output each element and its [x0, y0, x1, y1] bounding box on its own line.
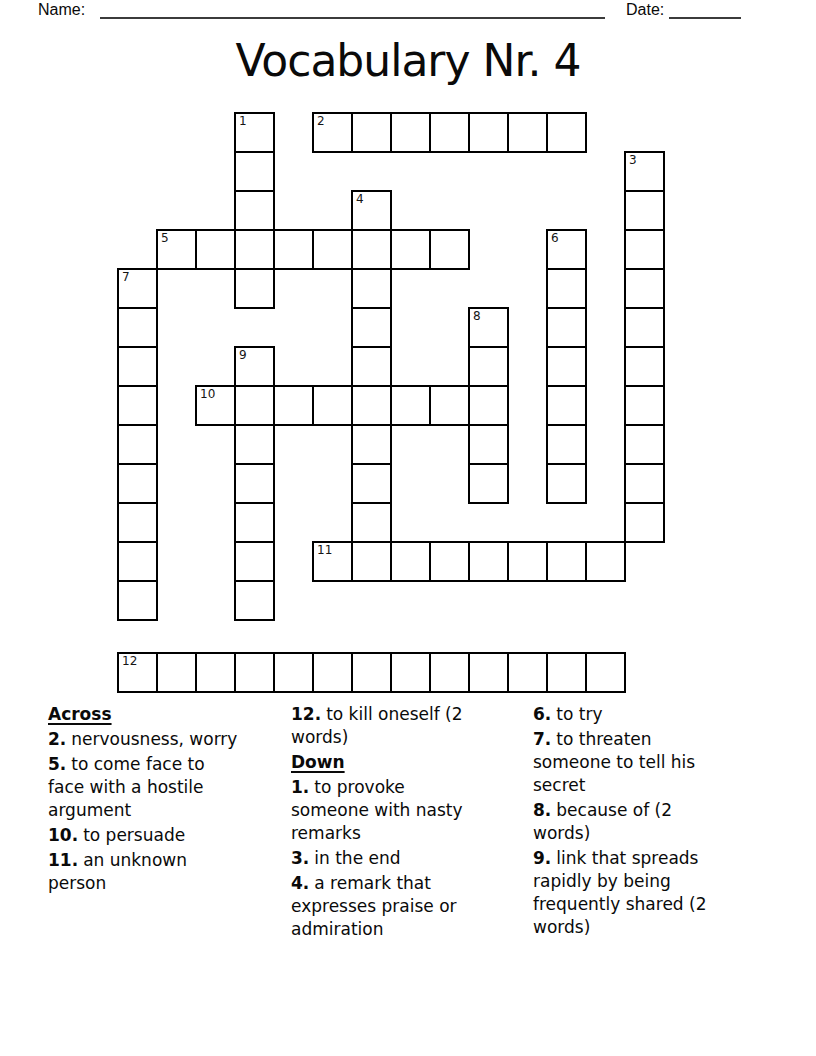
grid-cell-r11c12[interactable]: [585, 541, 626, 582]
cell-number: 11: [317, 544, 332, 557]
clue-number: 6.: [533, 704, 551, 724]
clue-number: 7.: [533, 729, 551, 749]
clue-number: 3.: [291, 848, 309, 868]
clue-number: 2.: [48, 729, 66, 749]
grid-cell-r9c9[interactable]: [468, 463, 509, 504]
grid-cell-r11c11[interactable]: [546, 541, 587, 582]
clue-number: 5.: [48, 754, 66, 774]
clue-text: to threaten someone to tell his secret: [533, 729, 695, 795]
clue-down-9: 9.link that spreads rapidly by being fre…: [533, 847, 725, 939]
clue-text: to provoke someone with nasty remarks: [291, 777, 463, 843]
page-title: Vocabulary Nr. 4: [0, 37, 816, 85]
grid-cell-r4c13[interactable]: [624, 268, 665, 309]
clues-column-1: Across 2.nervousness, worry 5.to come fa…: [48, 703, 240, 897]
grid-cell-r4c0[interactable]: 7: [117, 268, 158, 309]
clue-across-12: 12.to kill oneself (2 words): [291, 703, 483, 749]
clue-number: 9.: [533, 848, 551, 868]
clue-across-11: 11.an unknown person: [48, 849, 240, 895]
grid-cell-r11c7[interactable]: [390, 541, 431, 582]
grid-cell-r7c6[interactable]: [351, 385, 392, 426]
grid-cell-r14c11[interactable]: [546, 652, 587, 693]
clue-text: to try: [556, 704, 602, 724]
grid-cell-r14c7[interactable]: [390, 652, 431, 693]
grid-cell-r2c3[interactable]: [234, 190, 275, 231]
grid-cell-r7c8[interactable]: [429, 385, 470, 426]
clue-across-2: 2.nervousness, worry: [48, 728, 240, 751]
grid-cell-r3c2[interactable]: [195, 229, 236, 270]
grid-cell-r6c9[interactable]: [468, 346, 509, 387]
grid-cell-r9c11[interactable]: [546, 463, 587, 504]
grid-cell-r14c9[interactable]: [468, 652, 509, 693]
clues-column-3: 6.to try 7.to threaten someone to tell h…: [533, 703, 725, 941]
grid-cell-r7c11[interactable]: [546, 385, 587, 426]
grid-cell-r6c11[interactable]: [546, 346, 587, 387]
grid-cell-r0c9[interactable]: [468, 112, 509, 153]
clue-number: 8.: [533, 800, 551, 820]
grid-cell-r5c9[interactable]: 8: [468, 307, 509, 348]
grid-cell-r1c13[interactable]: 3: [624, 151, 665, 192]
name-label: Name:: [38, 1, 85, 19]
grid-cell-r2c6[interactable]: 4: [351, 190, 392, 231]
clue-down-1: 1.to provoke someone with nasty remarks: [291, 776, 483, 845]
clue-text: because of (2 words): [533, 800, 672, 843]
down-heading: Down: [291, 751, 483, 774]
clue-across-5: 5.to come face to face with a hostile ar…: [48, 753, 240, 822]
clue-text: link that spreads rapidly by being frequ…: [533, 848, 706, 937]
cell-number: 6: [551, 232, 559, 245]
cell-number: 2: [317, 115, 325, 128]
grid-cell-r7c0[interactable]: [117, 385, 158, 426]
date-label: Date:: [626, 1, 664, 19]
grid-cell-r3c7[interactable]: [390, 229, 431, 270]
grid-cell-r14c8[interactable]: [429, 652, 470, 693]
clue-down-4: 4.a remark that expresses praise or admi…: [291, 872, 483, 941]
clue-across-10: 10.to persuade: [48, 824, 240, 847]
grid-cell-r7c9[interactable]: [468, 385, 509, 426]
clues-column-2: 12.to kill oneself (2 words) Down 1.to p…: [291, 703, 483, 943]
grid-cell-r10c13[interactable]: [624, 502, 665, 543]
clue-number: 11.: [48, 850, 78, 870]
grid-cell-r8c9[interactable]: [468, 424, 509, 465]
grid-cell-r5c11[interactable]: [546, 307, 587, 348]
grid-cell-r14c6[interactable]: [351, 652, 392, 693]
clue-text: in the end: [314, 848, 400, 868]
grid-cell-r7c3[interactable]: [234, 385, 275, 426]
grid-cell-r0c3[interactable]: 1: [234, 112, 275, 153]
clue-number: 10.: [48, 825, 78, 845]
grid-cell-r12c0[interactable]: [117, 580, 158, 621]
grid-cell-r8c11[interactable]: [546, 424, 587, 465]
clue-down-7: 7.to threaten someone to tell his secret: [533, 728, 725, 797]
cell-number: 10: [200, 388, 215, 401]
clue-number: 4.: [291, 873, 309, 893]
grid-cell-r1c3[interactable]: [234, 151, 275, 192]
name-line[interactable]: [100, 1, 605, 19]
grid-cell-r14c5[interactable]: [312, 652, 353, 693]
across-heading: Across: [48, 703, 240, 726]
cell-number: 5: [161, 232, 169, 245]
grid-cell-r9c3[interactable]: [234, 463, 275, 504]
grid-cell-r11c9[interactable]: [468, 541, 509, 582]
grid-cell-r3c1[interactable]: 5: [156, 229, 197, 270]
grid-cell-r7c13[interactable]: [624, 385, 665, 426]
grid-cell-r9c6[interactable]: [351, 463, 392, 504]
grid-cell-r11c5[interactable]: 11: [312, 541, 353, 582]
grid-cell-r3c11[interactable]: 6: [546, 229, 587, 270]
grid-cell-r0c5[interactable]: 2: [312, 112, 353, 153]
grid-cell-r9c0[interactable]: [117, 463, 158, 504]
worksheet-page: Name: Date: Vocabulary Nr. 4 12345678910…: [0, 0, 816, 1056]
grid-cell-r4c11[interactable]: [546, 268, 587, 309]
grid-cell-r14c12[interactable]: [585, 652, 626, 693]
grid-cell-r14c3[interactable]: [234, 652, 275, 693]
grid-cell-r5c0[interactable]: [117, 307, 158, 348]
grid-cell-r0c7[interactable]: [390, 112, 431, 153]
grid-cell-r4c6[interactable]: [351, 268, 392, 309]
grid-cell-r14c10[interactable]: [507, 652, 548, 693]
clue-text: a remark that expresses praise or admira…: [291, 873, 457, 939]
grid-cell-r7c4[interactable]: [273, 385, 314, 426]
clue-text: to come face to face with a hostile argu…: [48, 754, 205, 820]
grid-cell-r4c3[interactable]: [234, 268, 275, 309]
clue-number: 1.: [291, 777, 309, 797]
grid-cell-r0c6[interactable]: [351, 112, 392, 153]
grid-cell-r7c5[interactable]: [312, 385, 353, 426]
cell-number: 8: [473, 310, 481, 323]
grid-cell-r3c3[interactable]: [234, 229, 275, 270]
grid-cell-r9c13[interactable]: [624, 463, 665, 504]
grid-cell-r3c8[interactable]: [429, 229, 470, 270]
grid-cell-r10c6[interactable]: [351, 502, 392, 543]
clue-text: nervousness, worry: [71, 729, 237, 749]
grid-cell-r10c3[interactable]: [234, 502, 275, 543]
grid-cell-r3c5[interactable]: [312, 229, 353, 270]
grid-cell-r2c13[interactable]: [624, 190, 665, 231]
grid-cell-r3c13[interactable]: [624, 229, 665, 270]
grid-cell-r5c13[interactable]: [624, 307, 665, 348]
cell-number: 7: [122, 271, 130, 284]
grid-cell-r11c10[interactable]: [507, 541, 548, 582]
grid-cell-r14c4[interactable]: [273, 652, 314, 693]
grid-cell-r12c3[interactable]: [234, 580, 275, 621]
grid-cell-r7c7[interactable]: [390, 385, 431, 426]
grid-cell-r6c3[interactable]: 9: [234, 346, 275, 387]
grid-cell-r10c0[interactable]: [117, 502, 158, 543]
cell-number: 4: [356, 193, 364, 206]
grid-cell-r8c3[interactable]: [234, 424, 275, 465]
grid-cell-r14c2[interactable]: [195, 652, 236, 693]
grid-cell-r11c0[interactable]: [117, 541, 158, 582]
clue-down-6: 6.to try: [533, 703, 725, 726]
grid-cell-r11c8[interactable]: [429, 541, 470, 582]
cell-number: 3: [629, 154, 637, 167]
grid-cell-r11c6[interactable]: [351, 541, 392, 582]
grid-cell-r3c4[interactable]: [273, 229, 314, 270]
grid-cell-r0c11[interactable]: [546, 112, 587, 153]
date-line[interactable]: [669, 1, 741, 19]
grid-cell-r6c0[interactable]: [117, 346, 158, 387]
grid-cell-r6c13[interactable]: [624, 346, 665, 387]
grid-cell-r0c8[interactable]: [429, 112, 470, 153]
cell-number: 1: [239, 115, 247, 128]
grid-cell-r14c0[interactable]: 12: [117, 652, 158, 693]
grid-cell-r7c2[interactable]: 10: [195, 385, 236, 426]
crossword-grid: 123456789101112: [117, 112, 665, 694]
grid-cell-r11c3[interactable]: [234, 541, 275, 582]
grid-cell-r8c0[interactable]: [117, 424, 158, 465]
cell-number: 12: [122, 655, 137, 668]
clue-number: 12.: [291, 704, 321, 724]
grid-cell-r14c1[interactable]: [156, 652, 197, 693]
grid-cell-r3c6[interactable]: [351, 229, 392, 270]
grid-cell-r6c6[interactable]: [351, 346, 392, 387]
clue-down-3: 3.in the end: [291, 847, 483, 870]
grid-cell-r8c13[interactable]: [624, 424, 665, 465]
grid-cell-r5c6[interactable]: [351, 307, 392, 348]
grid-cell-r0c10[interactable]: [507, 112, 548, 153]
clue-text: to persuade: [83, 825, 185, 845]
grid-cell-r8c6[interactable]: [351, 424, 392, 465]
clue-down-8: 8.because of (2 words): [533, 799, 725, 845]
cell-number: 9: [239, 349, 247, 362]
